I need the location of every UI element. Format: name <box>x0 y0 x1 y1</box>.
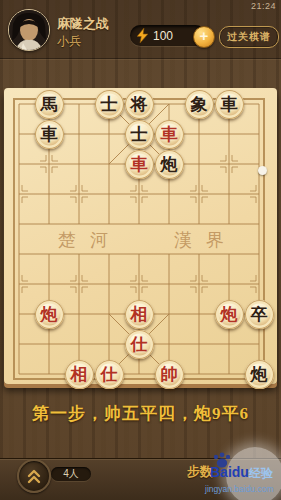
piece-black-cannon[interactable]: 炮 <box>155 150 184 179</box>
piece-red-elephant[interactable]: 相 <box>65 360 94 389</box>
piece-red-advisor[interactable]: 仕 <box>125 330 154 359</box>
avatar-portrait <box>9 10 49 50</box>
pieces-layer: 馬士将象車車士車車炮炮相炮卒仕相仕帥炮 <box>4 89 274 389</box>
xiangqi-board[interactable]: 楚河 漢界 馬士将象車車士車車炮炮相炮卒仕相仕帥炮 <box>4 88 277 384</box>
battle-title: 麻隧之战 <box>57 15 109 33</box>
piece-black-advisor[interactable]: 士 <box>95 90 124 119</box>
piece-black-elephant[interactable]: 象 <box>185 90 214 119</box>
avatar[interactable] <box>8 9 50 51</box>
stage-records-button[interactable]: 过关棋谱 <box>219 26 279 48</box>
add-energy-button[interactable]: + <box>193 26 215 48</box>
piece-red-cannon[interactable]: 炮 <box>215 300 244 329</box>
piece-red-elephant[interactable]: 相 <box>125 300 154 329</box>
piece-black-cannon[interactable]: 炮 <box>245 360 274 389</box>
energy-value: 100 <box>153 29 173 43</box>
expand-button[interactable] <box>17 459 51 493</box>
lightning-icon <box>137 28 148 43</box>
double-chevron-up-icon <box>25 468 43 484</box>
rank-label: 小兵 <box>57 33 81 50</box>
piece-black-soldier[interactable]: 卒 <box>245 300 274 329</box>
move-hint-text: 第一步，帅五平四，炮9平6 <box>0 402 281 425</box>
piece-red-chariot[interactable]: 車 <box>155 120 184 149</box>
piece-red-advisor[interactable]: 仕 <box>95 360 124 389</box>
clock: 21:24 <box>251 1 276 11</box>
game-screen: 21:24 麻隧之战 小兵 100 + 过关棋谱 楚河 漢界 馬士将象車車士車車… <box>0 0 281 500</box>
watermark-brand-suffix: 经验 <box>249 465 273 482</box>
piece-black-horse[interactable]: 馬 <box>35 90 64 119</box>
piece-black-chariot[interactable]: 車 <box>215 90 244 119</box>
watermark-url: jingyan.baidu.com <box>205 484 274 494</box>
player-count-pill[interactable]: 4人 <box>51 467 91 481</box>
piece-red-chariot[interactable]: 車 <box>125 150 154 179</box>
piece-black-advisor[interactable]: 士 <box>125 120 154 149</box>
piece-red-cannon[interactable]: 炮 <box>35 300 64 329</box>
piece-black-chariot[interactable]: 車 <box>35 120 64 149</box>
piece-black-general[interactable]: 将 <box>125 90 154 119</box>
piece-red-general[interactable]: 帥 <box>155 360 184 389</box>
watermark-brand: Baidu <box>210 464 249 480</box>
